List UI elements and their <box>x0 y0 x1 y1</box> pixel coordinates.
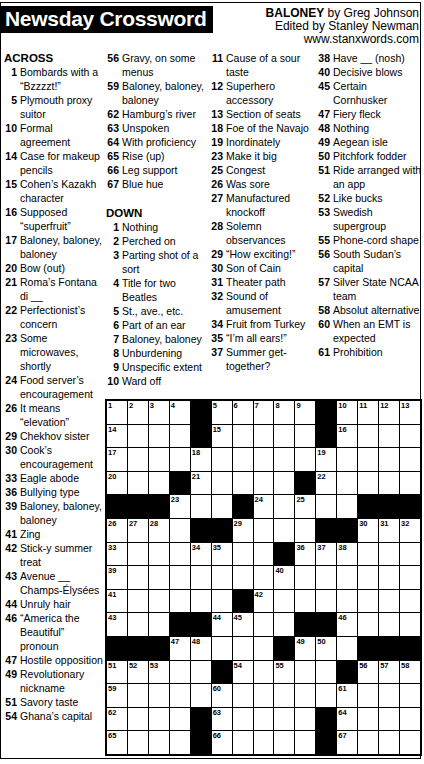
clue-number: 43 <box>4 569 20 597</box>
grid-cell-r5c4[interactable]: 23 <box>170 495 190 518</box>
grid-cell-r10c8[interactable] <box>254 613 274 636</box>
grid-cell-r9c13[interactable] <box>358 590 378 613</box>
clue-text: Some microwaves, shortly <box>20 331 105 373</box>
clue-number: 18 <box>210 121 226 135</box>
grid-cell-r10c3[interactable] <box>149 613 169 636</box>
cell-number: 57 <box>380 661 388 670</box>
grid-cell-r10c13[interactable] <box>358 613 378 636</box>
grid-cell-r15c1[interactable]: 65 <box>107 731 127 754</box>
grid-cell-r7c15[interactable] <box>400 543 420 566</box>
clue-down-12: 12Superhero accessory <box>210 79 316 107</box>
grid-cell-r4c11[interactable]: 22 <box>316 472 336 495</box>
clue-number: 55 <box>317 233 333 247</box>
clue-down-38: 38Have __ (nosh) <box>317 51 422 65</box>
black-square-r6c11 <box>316 519 336 542</box>
grid-cell-r1c13[interactable]: 11 <box>358 401 378 424</box>
grid-cell-r8c8[interactable] <box>254 566 274 589</box>
grid-cell-r6c2[interactable]: 27 <box>128 519 148 542</box>
grid-cell-r13c4[interactable] <box>170 684 190 707</box>
black-square-r11c1 <box>107 637 127 660</box>
grid-cell-r6c8[interactable] <box>254 519 274 542</box>
clue-text: Make it big <box>226 149 316 163</box>
grid-cell-r13c12[interactable]: 61 <box>337 684 357 707</box>
grid-cell-r15c7[interactable] <box>233 731 253 754</box>
black-square-r11c9 <box>274 637 294 660</box>
grid-cell-r12c9[interactable]: 55 <box>274 661 294 684</box>
grid-cell-r3c9[interactable] <box>274 448 294 471</box>
clue-text: Hamburg’s river <box>122 107 208 121</box>
clue-text: Perfectionist’s concern <box>20 303 105 331</box>
grid-cell-r12c10[interactable] <box>295 661 315 684</box>
clue-number: 24 <box>4 373 20 401</box>
grid-cell-r2c9[interactable] <box>274 425 294 448</box>
clue-number: 65 <box>106 149 122 163</box>
grid-cell-r8c1[interactable]: 39 <box>107 566 127 589</box>
grid-cell-r15c12[interactable]: 67 <box>337 731 357 754</box>
clue-down-37: 37Summer get-together? <box>210 345 316 373</box>
grid-cell-r8c14[interactable] <box>379 566 399 589</box>
clue-number: 6 <box>106 318 122 332</box>
grid-cell-r10c7[interactable]: 45 <box>233 613 253 636</box>
grid-cell-r9c15[interactable] <box>400 590 420 613</box>
clue-text: South Sudan’s capital <box>333 247 422 275</box>
clue-across-5: 5Plymouth proxy suitor <box>4 93 105 121</box>
grid-cell-r10c15[interactable] <box>400 613 420 636</box>
grid-cell-r3c10[interactable] <box>295 448 315 471</box>
clue-down-1: 1Nothing <box>106 220 208 234</box>
grid-cell-r7c3[interactable] <box>149 543 169 566</box>
grid-cell-r11c4[interactable]: 47 <box>170 637 190 660</box>
clue-number: 40 <box>317 65 333 79</box>
grid-cell-r13c6[interactable]: 60 <box>212 684 232 707</box>
grid-cell-r12c5[interactable] <box>191 661 211 684</box>
clue-text: Sound of amusement <box>226 289 316 317</box>
grid-cell-r15c3[interactable] <box>149 731 169 754</box>
grid-cell-r12c14[interactable]: 57 <box>379 661 399 684</box>
grid-cell-r2c2[interactable] <box>128 425 148 448</box>
grid-cell-r4c2[interactable] <box>128 472 148 495</box>
clue-down-56: 56South Sudan’s capital <box>317 247 422 275</box>
grid-cell-r1c2[interactable]: 2 <box>128 401 148 424</box>
grid-cell-r12c2[interactable]: 52 <box>128 661 148 684</box>
grid-cell-r14c13[interactable] <box>358 708 378 731</box>
cell-number: 20 <box>108 472 116 481</box>
clue-text: Parting shot of a sort <box>122 248 208 276</box>
grid-cell-r13c5[interactable] <box>191 684 211 707</box>
grid-cell-r2c6[interactable]: 15 <box>212 425 232 448</box>
grid-cell-r3c4[interactable] <box>170 448 190 471</box>
grid-cell-r1c15[interactable]: 13 <box>400 401 420 424</box>
black-square-r14c5 <box>191 708 211 731</box>
grid-cell-r13c13[interactable] <box>358 684 378 707</box>
grid-cell-r2c4[interactable] <box>170 425 190 448</box>
grid-cell-r15c6[interactable]: 66 <box>212 731 232 754</box>
grid-cell-r11c11[interactable]: 50 <box>316 637 336 660</box>
grid-cell-r9c12[interactable] <box>337 590 357 613</box>
clue-across-66: 66Leg support <box>106 163 208 177</box>
grid-cell-r15c10[interactable] <box>295 731 315 754</box>
grid-cell-r12c4[interactable] <box>170 661 190 684</box>
grid-cell-r3c14[interactable] <box>379 448 399 471</box>
cell-number: 41 <box>108 590 116 599</box>
grid-cell-r1c12[interactable]: 10 <box>337 401 357 424</box>
grid-cell-r13c3[interactable] <box>149 684 169 707</box>
grid-cell-r4c14[interactable] <box>379 472 399 495</box>
clue-across-29: 29Chekhov sister <box>4 429 105 443</box>
grid-cell-r11c6[interactable] <box>212 637 232 660</box>
grid-cell-r2c7[interactable] <box>233 425 253 448</box>
grid-cell-r2c14[interactable] <box>379 425 399 448</box>
grid-cell-r9c8[interactable]: 42 <box>254 590 274 613</box>
grid-cell-r14c4[interactable] <box>170 708 190 731</box>
clue-down-11: 11Cause of a sour taste <box>210 51 316 79</box>
clue-number: 37 <box>210 345 226 373</box>
grid-cell-r14c7[interactable] <box>233 708 253 731</box>
grid-cell-r12c7[interactable]: 54 <box>233 661 253 684</box>
clue-text: Silver State NCAA team <box>333 275 422 303</box>
grid-cell-r9c1[interactable]: 41 <box>107 590 127 613</box>
clue-across-67: 67Blue hue <box>106 177 208 191</box>
grid-cell-r4c7[interactable] <box>233 472 253 495</box>
cell-number: 56 <box>359 661 367 670</box>
grid-cell-r13c2[interactable] <box>128 684 148 707</box>
grid-cell-r12c13[interactable]: 56 <box>358 661 378 684</box>
grid-cell-r5c10[interactable]: 25 <box>295 495 315 518</box>
cell-number: 42 <box>255 590 263 599</box>
grid-cell-r3c11[interactable]: 19 <box>316 448 336 471</box>
grid-cell-r2c8[interactable] <box>254 425 274 448</box>
grid-cell-r2c10[interactable] <box>295 425 315 448</box>
clue-text: Certain Cornhusker <box>333 79 422 107</box>
grid-cell-r4c8[interactable] <box>254 472 274 495</box>
grid-cell-r9c14[interactable] <box>379 590 399 613</box>
cell-number: 17 <box>108 448 116 457</box>
grid-cell-r15c2[interactable] <box>128 731 148 754</box>
clue-text: Son of Cain <box>226 261 316 275</box>
clue-number: 35 <box>210 331 226 345</box>
grid-cell-r14c3[interactable] <box>149 708 169 731</box>
black-square-r1c11 <box>316 401 336 424</box>
grid-cell-r7c14[interactable] <box>379 543 399 566</box>
grid-cell-r9c11[interactable] <box>316 590 336 613</box>
clue-text: Supposed “superfruit” <box>20 205 105 233</box>
cell-number: 65 <box>108 731 116 740</box>
cell-number: 64 <box>338 708 346 717</box>
clue-text: Blue hue <box>122 177 208 191</box>
grid-cell-r4c3[interactable] <box>149 472 169 495</box>
grid-cell-r9c5[interactable] <box>191 590 211 613</box>
clue-text: Case for makeup pencils <box>20 149 105 177</box>
cell-number: 37 <box>317 543 325 552</box>
clue-across-46: 46“America the Beautiful” pronoun <box>4 611 105 653</box>
grid-cell-r15c13[interactable] <box>358 731 378 754</box>
clue-down-8: 8Unburdening <box>106 346 208 360</box>
clue-number: 61 <box>317 345 333 359</box>
grid-cell-r8c6[interactable] <box>212 566 232 589</box>
grid-cell-r8c5[interactable] <box>191 566 211 589</box>
grid-cell-r6c14[interactable]: 31 <box>379 519 399 542</box>
clue-number: 31 <box>210 275 226 289</box>
grid-cell-r4c6[interactable] <box>212 472 232 495</box>
grid-cell-r5c6[interactable] <box>212 495 232 518</box>
clue-number: 28 <box>210 219 226 247</box>
clue-text: Phone-cord shape <box>333 233 422 247</box>
clue-text: Have __ (nosh) <box>333 51 422 65</box>
grid-cell-r6c13[interactable]: 30 <box>358 519 378 542</box>
grid-cell-r14c12[interactable]: 64 <box>337 708 357 731</box>
grid-cell-r10c2[interactable] <box>128 613 148 636</box>
grid-cell-r4c12[interactable] <box>337 472 357 495</box>
grid-cell-r7c7[interactable] <box>233 543 253 566</box>
grid-cell-r9c10[interactable] <box>295 590 315 613</box>
grid-cell-r12c15[interactable]: 58 <box>400 661 420 684</box>
grid-cell-r5c5[interactable] <box>191 495 211 518</box>
clue-down-47: 47Fiery fleck <box>317 107 422 121</box>
grid-cell-r15c4[interactable] <box>170 731 190 754</box>
grid-cell-r7c6[interactable]: 35 <box>212 543 232 566</box>
cell-number: 12 <box>380 401 388 410</box>
cell-number: 3 <box>150 401 154 410</box>
grid-cell-r5c11[interactable] <box>316 495 336 518</box>
grid-cell-r12c1[interactable]: 51 <box>107 661 127 684</box>
grid-cell-r11c7[interactable] <box>233 637 253 660</box>
grid-cell-r9c9[interactable] <box>274 590 294 613</box>
grid-cell-r3c12[interactable] <box>337 448 357 471</box>
grid-cell-r2c13[interactable] <box>358 425 378 448</box>
grid-cell-r6c1[interactable]: 26 <box>107 519 127 542</box>
grid-cell-r9c4[interactable] <box>170 590 190 613</box>
grid-cell-r13c11[interactable] <box>316 684 336 707</box>
grid-cell-r11c10[interactable]: 49 <box>295 637 315 660</box>
grid-cell-r9c2[interactable] <box>128 590 148 613</box>
black-square-r10c10 <box>295 613 315 636</box>
grid-cell-r8c11[interactable] <box>316 566 336 589</box>
clue-across-39: 39Baloney, baloney, baloney <box>4 499 105 527</box>
grid-cell-r8c2[interactable] <box>128 566 148 589</box>
cell-number: 58 <box>401 661 409 670</box>
black-square-r12c12 <box>337 661 357 684</box>
clue-text: Rise (up) <box>122 149 208 163</box>
grid-cell-r5c9[interactable] <box>274 495 294 518</box>
grid-cell-r15c9[interactable] <box>274 731 294 754</box>
grid-cell-r3c5[interactable]: 18 <box>191 448 211 471</box>
grid-cell-r13c1[interactable]: 59 <box>107 684 127 707</box>
grid-cell-r3c3[interactable] <box>149 448 169 471</box>
clue-across-54: 54Ghana’s capital <box>4 709 105 723</box>
grid-cell-r8c3[interactable] <box>149 566 169 589</box>
clue-across-1: 1Bombards with a “Bzzzzt!” <box>4 65 105 93</box>
grid-cell-r7c8[interactable] <box>254 543 274 566</box>
grid-cell-r8c10[interactable] <box>295 566 315 589</box>
clue-number: 14 <box>4 149 20 177</box>
grid-cell-r1c3[interactable]: 3 <box>149 401 169 424</box>
grid-cell-r13c9[interactable] <box>274 684 294 707</box>
grid-cell-r6c15[interactable]: 32 <box>400 519 420 542</box>
clue-number: 63 <box>106 121 122 135</box>
grid-cell-r1c10[interactable]: 9 <box>295 401 315 424</box>
cell-number: 34 <box>192 543 200 552</box>
grid-cell-r10c14[interactable] <box>379 613 399 636</box>
clue-number: 56 <box>317 247 333 275</box>
grid-cell-r4c15[interactable] <box>400 472 420 495</box>
grid-cell-r1c4[interactable]: 4 <box>170 401 190 424</box>
grid-cell-r11c5[interactable]: 48 <box>191 637 211 660</box>
grid-cell-r13c10[interactable] <box>295 684 315 707</box>
black-square-r9c7 <box>233 590 253 613</box>
cell-number: 30 <box>359 519 367 528</box>
grid-cell-r7c13[interactable] <box>358 543 378 566</box>
grid-cell-r6c4[interactable] <box>170 519 190 542</box>
grid-cell-r1c9[interactable]: 8 <box>274 401 294 424</box>
grid-cell-r12c11[interactable] <box>316 661 336 684</box>
clue-number: 3 <box>106 248 122 276</box>
clue-text: Aegean isle <box>333 135 422 149</box>
grid-cell-r6c7[interactable]: 29 <box>233 519 253 542</box>
cell-number: 33 <box>108 543 116 552</box>
clue-text: Cook’s encouragement <box>20 443 105 471</box>
grid-cell-r7c12[interactable]: 38 <box>337 543 357 566</box>
clue-number: 23 <box>4 331 20 373</box>
grid-cell-r6c3[interactable]: 28 <box>149 519 169 542</box>
clue-text: It means “elevation” <box>20 401 105 429</box>
grid-cell-r10c9[interactable] <box>274 613 294 636</box>
grid-cell-r3c7[interactable] <box>233 448 253 471</box>
grid-cell-r7c11[interactable]: 37 <box>316 543 336 566</box>
grid-cell-r10c1[interactable]: 43 <box>107 613 127 636</box>
black-square-r15c5 <box>191 731 211 754</box>
grid-cell-r4c1[interactable]: 20 <box>107 472 127 495</box>
clue-across-20: 20Bow (out) <box>4 261 105 275</box>
clue-number: 58 <box>317 303 333 317</box>
cell-number: 29 <box>234 519 242 528</box>
grid-cell-r9c6[interactable] <box>212 590 232 613</box>
grid-cell-r11c8[interactable] <box>254 637 274 660</box>
clue-number: 8 <box>106 346 122 360</box>
grid-cell-r8c15[interactable] <box>400 566 420 589</box>
grid-cell-r8c9[interactable]: 40 <box>274 566 294 589</box>
grid-cell-r8c12[interactable] <box>337 566 357 589</box>
clue-number: 47 <box>4 653 20 667</box>
grid-cell-r7c5[interactable]: 34 <box>191 543 211 566</box>
grid-cell-r3c2[interactable] <box>128 448 148 471</box>
grid-cell-r11c12[interactable] <box>337 637 357 660</box>
grid-cell-r7c1[interactable]: 33 <box>107 543 127 566</box>
clue-down-30: 30Son of Cain <box>210 261 316 275</box>
clue-number: 59 <box>106 79 122 107</box>
grid-cell-r13c14[interactable] <box>379 684 399 707</box>
grid-cell-r14c9[interactable] <box>274 708 294 731</box>
clue-column-2: 56Gravy, on some menus59Baloney, baloney… <box>106 51 208 388</box>
grid-cell-r9c3[interactable] <box>149 590 169 613</box>
clue-down-55: 55Phone-cord shape <box>317 233 422 247</box>
grid-cell-r15c8[interactable] <box>254 731 274 754</box>
grid-cell-r13c8[interactable] <box>254 684 274 707</box>
clue-down-3: 3Parting shot of a sort <box>106 248 208 276</box>
cell-number: 9 <box>296 401 300 410</box>
grid-cell-r14c1[interactable]: 62 <box>107 708 127 731</box>
clue-text: “I’m all ears!” <box>226 331 316 345</box>
grid-cell-r7c4[interactable] <box>170 543 190 566</box>
grid-cell-r3c6[interactable] <box>212 448 232 471</box>
cell-number: 48 <box>192 637 200 646</box>
grid-cell-r1c1[interactable]: 1 <box>107 401 127 424</box>
clue-number: 33 <box>4 471 20 485</box>
clue-text: Unspecific extent <box>122 360 208 374</box>
grid-cell-r7c10[interactable]: 36 <box>295 543 315 566</box>
grid-cell-r3c13[interactable] <box>358 448 378 471</box>
clue-down-13: 13Section of seats <box>210 107 316 121</box>
cell-number: 55 <box>275 661 283 670</box>
grid-cell-r2c3[interactable] <box>149 425 169 448</box>
grid-cell-r1c7[interactable]: 6 <box>233 401 253 424</box>
black-square-r4c4 <box>170 472 190 495</box>
cell-number: 54 <box>234 661 242 670</box>
grid-cell-r12c8[interactable] <box>254 661 274 684</box>
grid-cell-r2c15[interactable] <box>400 425 420 448</box>
cell-number: 59 <box>108 684 116 693</box>
grid-cell-r13c7[interactable] <box>233 684 253 707</box>
cell-number: 11 <box>359 401 367 410</box>
cell-number: 2 <box>129 401 133 410</box>
clue-down-51: 51Ride arranged with an app <box>317 163 422 191</box>
grid-cell-r15c14[interactable] <box>379 731 399 754</box>
cell-number: 21 <box>192 472 200 481</box>
grid-cell-r8c13[interactable] <box>358 566 378 589</box>
grid-cell-r14c14[interactable] <box>379 708 399 731</box>
grid-cell-r3c1[interactable]: 17 <box>107 448 127 471</box>
grid-cell-r10c12[interactable]: 46 <box>337 613 357 636</box>
grid-cell-r12c3[interactable]: 53 <box>149 661 169 684</box>
grid-cell-r1c6[interactable]: 5 <box>212 401 232 424</box>
grid-cell-r14c2[interactable] <box>128 708 148 731</box>
clue-across-65: 65Rise (up) <box>106 149 208 163</box>
grid-cell-r15c15[interactable] <box>400 731 420 754</box>
grid-cell-r3c15[interactable] <box>400 448 420 471</box>
grid-cell-r6c9[interactable] <box>274 519 294 542</box>
clue-text: Formal agreement <box>20 121 105 149</box>
grid-cell-r4c13[interactable] <box>358 472 378 495</box>
clue-down-18: 18Foe of the Navajo <box>210 121 316 135</box>
grid-cell-r1c8[interactable]: 7 <box>254 401 274 424</box>
grid-cell-r14c15[interactable] <box>400 708 420 731</box>
grid-cell-r8c7[interactable] <box>233 566 253 589</box>
grid-cell-r5c12[interactable] <box>337 495 357 518</box>
grid-cell-r14c6[interactable]: 63 <box>212 708 232 731</box>
grid-cell-r1c14[interactable]: 12 <box>379 401 399 424</box>
clue-number: 11 <box>210 51 226 79</box>
grid-cell-r13c15[interactable] <box>400 684 420 707</box>
grid-cell-r2c1[interactable]: 14 <box>107 425 127 448</box>
grid-cell-r6c10[interactable] <box>295 519 315 542</box>
grid-cell-r14c10[interactable] <box>295 708 315 731</box>
grid-cell-r4c9[interactable] <box>274 472 294 495</box>
clue-number: 42 <box>4 541 20 569</box>
grid-cell-r5c8[interactable]: 24 <box>254 495 274 518</box>
grid-cell-r8c4[interactable] <box>170 566 190 589</box>
clue-text: Food server’s encouragement <box>20 373 105 401</box>
black-square-r10c4 <box>170 613 190 636</box>
clue-across-51: 51Savory taste <box>4 695 105 709</box>
grid-cell-r7c2[interactable] <box>128 543 148 566</box>
grid-cell-r14c8[interactable] <box>254 708 274 731</box>
cell-number: 60 <box>213 684 221 693</box>
grid-cell-r3c8[interactable] <box>254 448 274 471</box>
grid-cell-r10c6[interactable]: 44 <box>212 613 232 636</box>
grid-cell-r2c12[interactable]: 16 <box>337 425 357 448</box>
grid-cell-r4c5[interactable]: 21 <box>191 472 211 495</box>
clue-number: 10 <box>4 121 20 149</box>
cell-number: 44 <box>213 613 221 622</box>
